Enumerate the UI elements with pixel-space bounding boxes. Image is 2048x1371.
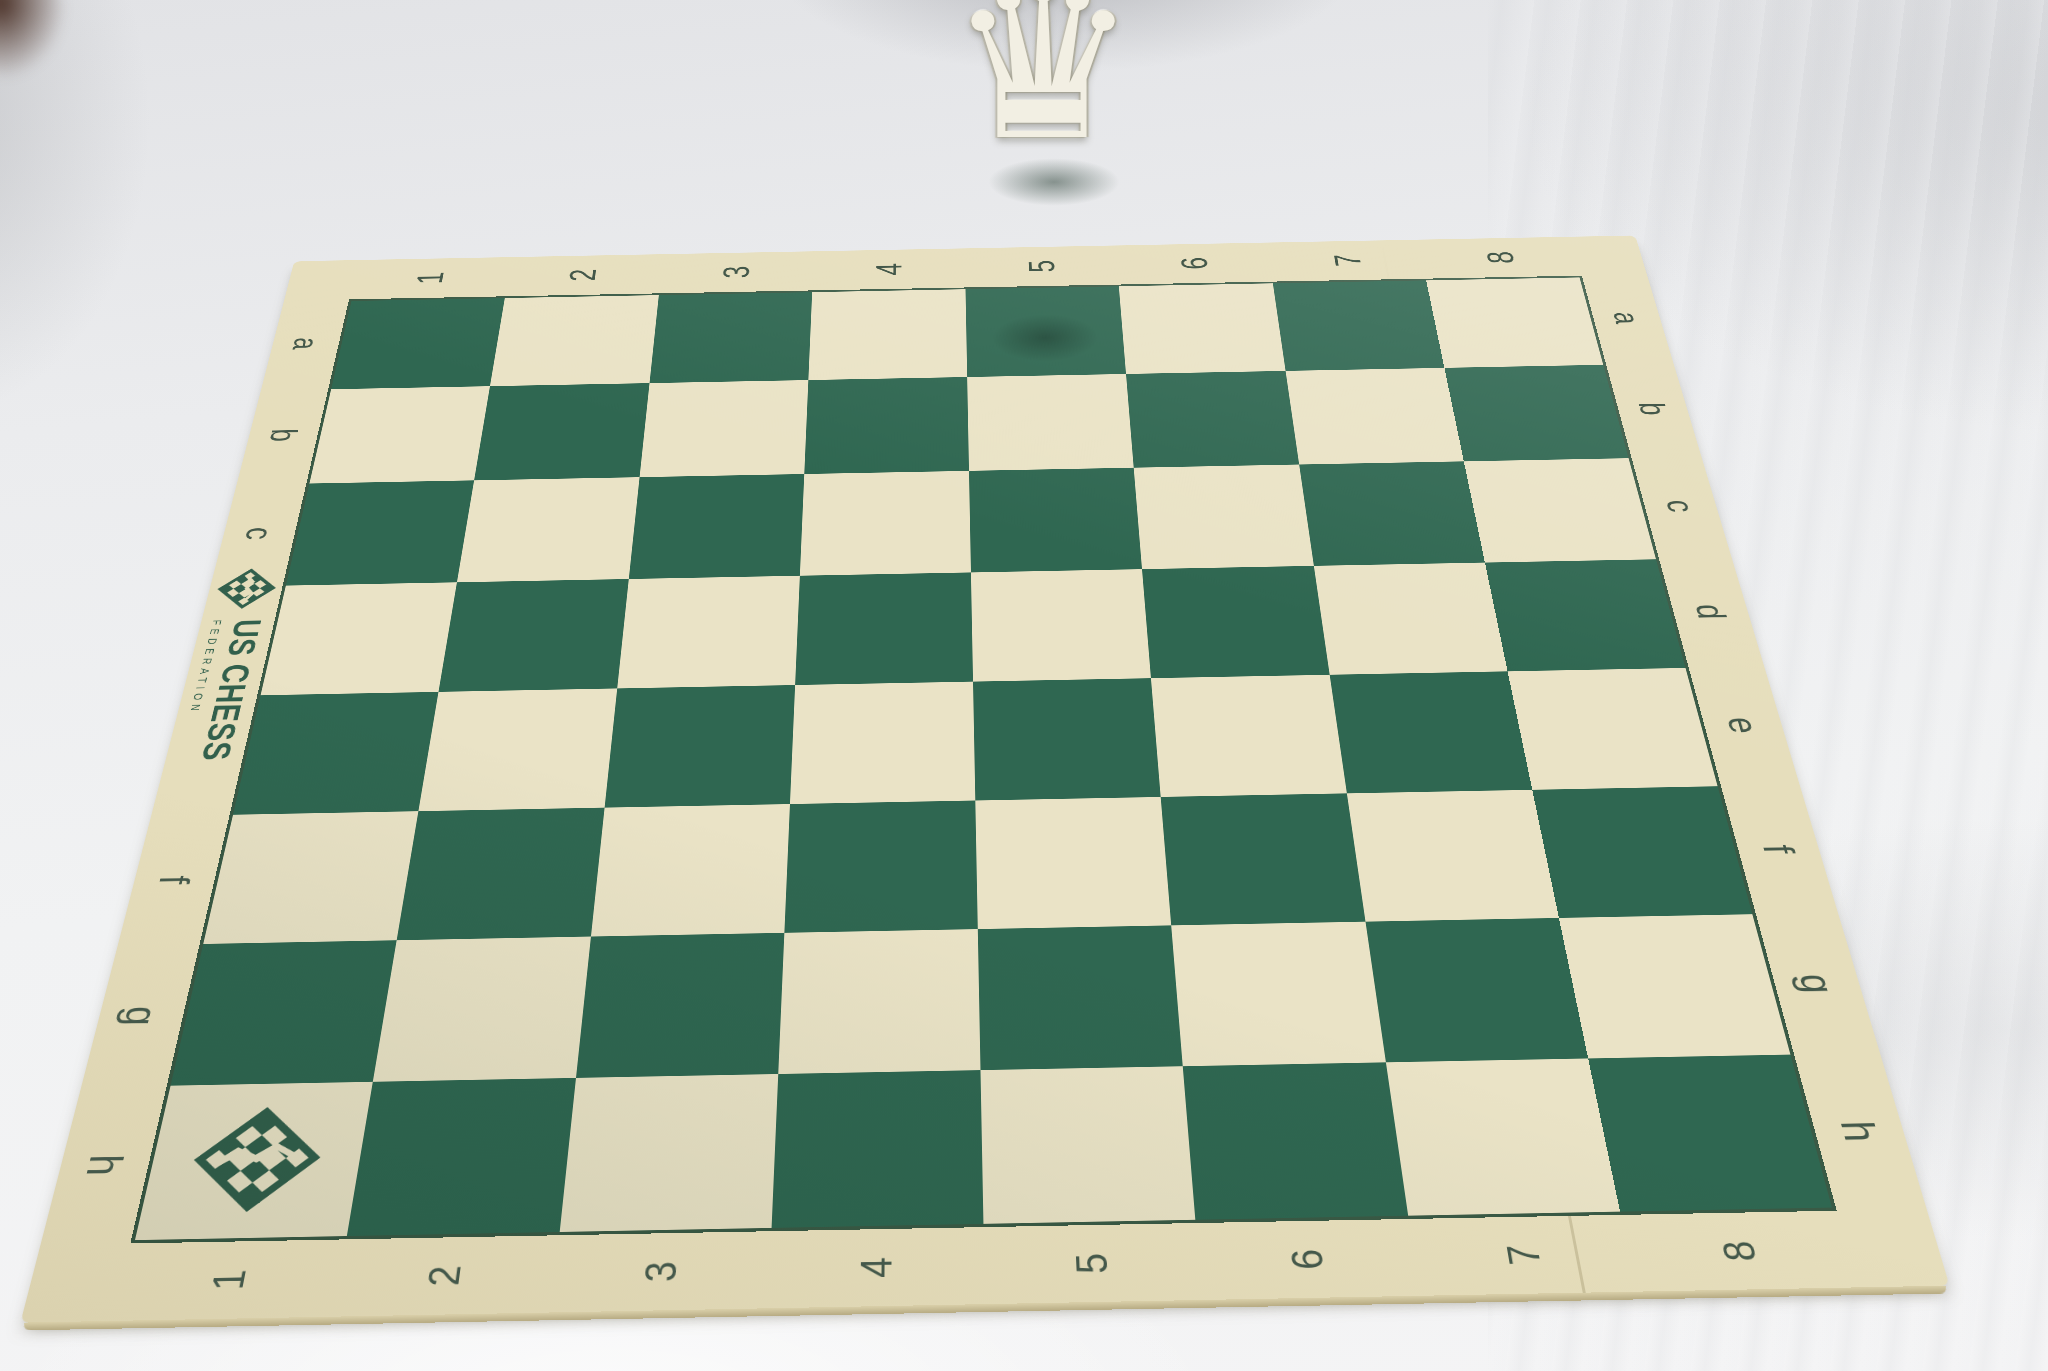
square-c1[interactable]	[286, 480, 474, 585]
square-h2[interactable]	[347, 1078, 575, 1237]
square-a8[interactable]	[1426, 277, 1603, 367]
square-b1[interactable]	[309, 386, 490, 484]
square-h8[interactable]	[1588, 1054, 1832, 1211]
square-e1[interactable]	[233, 692, 439, 815]
square-h5[interactable]	[980, 1066, 1195, 1224]
square-h3[interactable]	[559, 1074, 778, 1232]
square-f3[interactable]	[591, 804, 790, 937]
square-c3[interactable]	[628, 474, 804, 579]
square-g7[interactable]	[1365, 918, 1588, 1062]
square-f2[interactable]	[397, 807, 604, 940]
square-b4[interactable]	[804, 377, 969, 474]
square-f1[interactable]	[203, 811, 418, 944]
square-b5[interactable]	[967, 374, 1134, 471]
square-g1[interactable]	[171, 940, 397, 1085]
square-e8[interactable]	[1507, 668, 1717, 790]
square-c8[interactable]	[1464, 458, 1656, 562]
square-h6[interactable]	[1183, 1062, 1408, 1220]
square-c4[interactable]	[800, 471, 971, 576]
square-a5[interactable]	[965, 286, 1126, 377]
square-e7[interactable]	[1329, 671, 1532, 793]
square-g8[interactable]	[1559, 914, 1791, 1058]
square-e4[interactable]	[790, 682, 976, 804]
uschess-knight-mark-icon	[172, 1099, 339, 1220]
square-a2[interactable]	[490, 295, 658, 386]
square-g2[interactable]	[373, 937, 590, 1082]
square-e5[interactable]	[973, 678, 1161, 800]
square-f4[interactable]	[784, 800, 978, 933]
square-c6[interactable]	[1134, 465, 1314, 569]
square-b6[interactable]	[1126, 371, 1299, 468]
square-c2[interactable]	[457, 477, 639, 582]
square-a6[interactable]	[1119, 283, 1285, 373]
square-h7[interactable]	[1385, 1058, 1619, 1216]
square-f6[interactable]	[1161, 793, 1365, 925]
square-c5[interactable]	[969, 468, 1142, 572]
vinyl-chess-mat: 12345678 12345678 abcfgh abcdefgh US CHE…	[20, 236, 1950, 1324]
square-b7[interactable]	[1285, 368, 1464, 465]
square-a3[interactable]	[649, 292, 812, 383]
square-g5[interactable]	[978, 925, 1183, 1069]
square-b2[interactable]	[474, 383, 649, 480]
white-queen[interactable]: ♛	[948, 0, 1138, 170]
square-b8[interactable]	[1444, 365, 1628, 462]
square-a7[interactable]	[1273, 280, 1445, 370]
square-d7[interactable]	[1313, 562, 1507, 674]
piece-shadow	[989, 313, 1101, 363]
square-g3[interactable]	[576, 933, 785, 1078]
square-d5[interactable]	[971, 569, 1151, 682]
square-h4[interactable]	[771, 1070, 983, 1228]
square-g4[interactable]	[778, 929, 980, 1074]
uschess-knight-mark-icon	[208, 566, 285, 613]
square-f7[interactable]	[1346, 789, 1558, 921]
square-e3[interactable]	[604, 685, 795, 807]
square-e2[interactable]	[419, 688, 617, 810]
square-d4[interactable]	[795, 572, 973, 685]
square-d6[interactable]	[1142, 566, 1329, 679]
photo-scene: { "game": "chess", "scene": { "descripti…	[0, 0, 2048, 1371]
square-b3[interactable]	[639, 380, 808, 477]
square-c7[interactable]	[1299, 461, 1485, 565]
board-grid	[130, 276, 1836, 1244]
square-d1[interactable]	[261, 582, 458, 695]
square-h1[interactable]	[135, 1081, 373, 1240]
square-d8[interactable]	[1485, 559, 1686, 671]
square-d3[interactable]	[617, 575, 800, 688]
square-d2[interactable]	[439, 579, 629, 692]
square-a1[interactable]	[331, 298, 505, 389]
square-e6[interactable]	[1151, 675, 1346, 797]
square-g6[interactable]	[1171, 922, 1385, 1066]
square-a4[interactable]	[808, 289, 967, 380]
square-f8[interactable]	[1532, 786, 1752, 918]
square-f5[interactable]	[975, 797, 1171, 929]
